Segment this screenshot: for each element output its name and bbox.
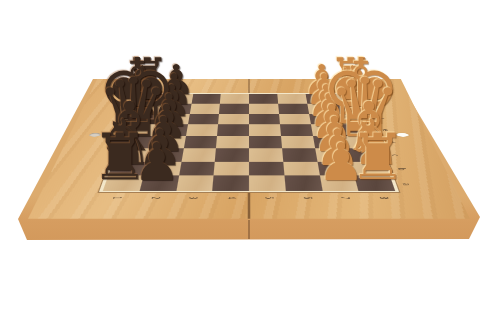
chessboard-photo: 12345678abcdefgh ♜♟♟♜♞♟♟♞♝♟♟♝♚♟♟♚♛♟♟♛♝♟♟… bbox=[0, 0, 500, 316]
white-rook[interactable]: ♜ bbox=[349, 126, 406, 189]
pieces-layer: ♜♟♟♜♞♟♟♞♝♟♟♝♚♟♟♚♛♟♟♛♝♟♟♝♞♟♟♞♜♟♟♜ bbox=[0, 0, 500, 316]
black-pawn[interactable]: ♟ bbox=[134, 136, 181, 188]
